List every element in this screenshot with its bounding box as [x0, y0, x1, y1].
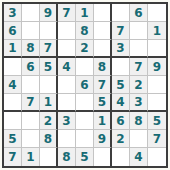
cell-r8c6[interactable]: 9	[94, 130, 112, 148]
cell-r1c2[interactable]	[22, 4, 40, 22]
cell-r8c2[interactable]	[22, 130, 40, 148]
cell-r2c5[interactable]: 8	[76, 22, 94, 40]
cell-r3c7[interactable]: 3	[112, 40, 130, 58]
cell-r7c4[interactable]: 3	[58, 112, 76, 130]
cell-r2c8[interactable]	[130, 22, 148, 40]
cell-r5c2[interactable]	[22, 76, 40, 94]
cell-r2c7[interactable]: 7	[112, 22, 130, 40]
cell-r9c8[interactable]: 4	[130, 148, 148, 166]
cell-r4c6[interactable]: 8	[94, 58, 112, 76]
cell-r3c3[interactable]: 7	[40, 40, 58, 58]
cell-r7c1[interactable]	[4, 112, 22, 130]
cell-r1c8[interactable]: 6	[130, 4, 148, 22]
cell-r9c2[interactable]: 1	[22, 148, 40, 166]
cell-r8c1[interactable]: 5	[4, 130, 22, 148]
cell-r8c3[interactable]: 8	[40, 130, 58, 148]
cell-r9c9[interactable]	[148, 148, 166, 166]
cell-r5c3[interactable]	[40, 76, 58, 94]
cell-r6c9[interactable]	[148, 94, 166, 112]
cell-r1c9[interactable]	[148, 4, 166, 22]
cell-r4c5[interactable]	[76, 58, 94, 76]
cell-r4c9[interactable]: 9	[148, 58, 166, 76]
cell-r7c2[interactable]	[22, 112, 40, 130]
cell-r5c7[interactable]: 5	[112, 76, 130, 94]
cell-r5c1[interactable]: 4	[4, 76, 22, 94]
cell-r6c8[interactable]: 3	[130, 94, 148, 112]
cell-r3c9[interactable]	[148, 40, 166, 58]
cell-r6c2[interactable]: 7	[22, 94, 40, 112]
cell-r2c9[interactable]: 1	[148, 22, 166, 40]
cell-r1c7[interactable]	[112, 4, 130, 22]
cell-r4c7[interactable]	[112, 58, 130, 76]
sudoku-board: 3971668711872365487946752715432316855892…	[2, 2, 168, 168]
cell-r5c4[interactable]	[58, 76, 76, 94]
cell-r6c5[interactable]	[76, 94, 94, 112]
cell-r4c3[interactable]: 5	[40, 58, 58, 76]
cell-r3c1[interactable]: 1	[4, 40, 22, 58]
cell-r1c3[interactable]: 9	[40, 4, 58, 22]
cell-r2c2[interactable]	[22, 22, 40, 40]
cell-r3c6[interactable]	[94, 40, 112, 58]
cell-r1c6[interactable]	[94, 4, 112, 22]
cell-r1c4[interactable]: 7	[58, 4, 76, 22]
cell-r3c2[interactable]: 8	[22, 40, 40, 58]
cell-r5c8[interactable]: 2	[130, 76, 148, 94]
cell-r6c4[interactable]	[58, 94, 76, 112]
cell-r2c1[interactable]: 6	[4, 22, 22, 40]
cell-r4c4[interactable]: 4	[58, 58, 76, 76]
sudoku-widget: 3971668711872365487946752715432316855892…	[0, 0, 170, 170]
cell-r2c4[interactable]	[58, 22, 76, 40]
cell-r5c6[interactable]: 7	[94, 76, 112, 94]
cell-r6c1[interactable]	[4, 94, 22, 112]
cell-r6c6[interactable]: 5	[94, 94, 112, 112]
cell-r8c8[interactable]	[130, 130, 148, 148]
cell-r3c5[interactable]: 2	[76, 40, 94, 58]
cell-r1c5[interactable]: 1	[76, 4, 94, 22]
cell-r9c4[interactable]: 8	[58, 148, 76, 166]
cell-r9c7[interactable]	[112, 148, 130, 166]
cell-r8c4[interactable]	[58, 130, 76, 148]
cell-r3c8[interactable]	[130, 40, 148, 58]
cell-r1c1[interactable]: 3	[4, 4, 22, 22]
cell-r7c7[interactable]: 6	[112, 112, 130, 130]
cell-r6c3[interactable]: 1	[40, 94, 58, 112]
cell-r7c8[interactable]: 8	[130, 112, 148, 130]
cell-r9c6[interactable]	[94, 148, 112, 166]
cell-r8c5[interactable]	[76, 130, 94, 148]
cell-r2c3[interactable]	[40, 22, 58, 40]
cell-r7c9[interactable]: 5	[148, 112, 166, 130]
cell-r7c6[interactable]: 1	[94, 112, 112, 130]
cell-r6c7[interactable]: 4	[112, 94, 130, 112]
cell-r4c8[interactable]: 7	[130, 58, 148, 76]
cell-r7c5[interactable]	[76, 112, 94, 130]
cell-r9c5[interactable]: 5	[76, 148, 94, 166]
cell-r7c3[interactable]: 2	[40, 112, 58, 130]
cell-r9c1[interactable]: 7	[4, 148, 22, 166]
cell-r2c6[interactable]	[94, 22, 112, 40]
cell-r9c3[interactable]	[40, 148, 58, 166]
cell-r4c2[interactable]: 6	[22, 58, 40, 76]
cell-r8c9[interactable]: 7	[148, 130, 166, 148]
cell-r8c7[interactable]: 2	[112, 130, 130, 148]
cell-r5c9[interactable]	[148, 76, 166, 94]
cell-r4c1[interactable]	[4, 58, 22, 76]
cell-r5c5[interactable]: 6	[76, 76, 94, 94]
cell-r3c4[interactable]	[58, 40, 76, 58]
